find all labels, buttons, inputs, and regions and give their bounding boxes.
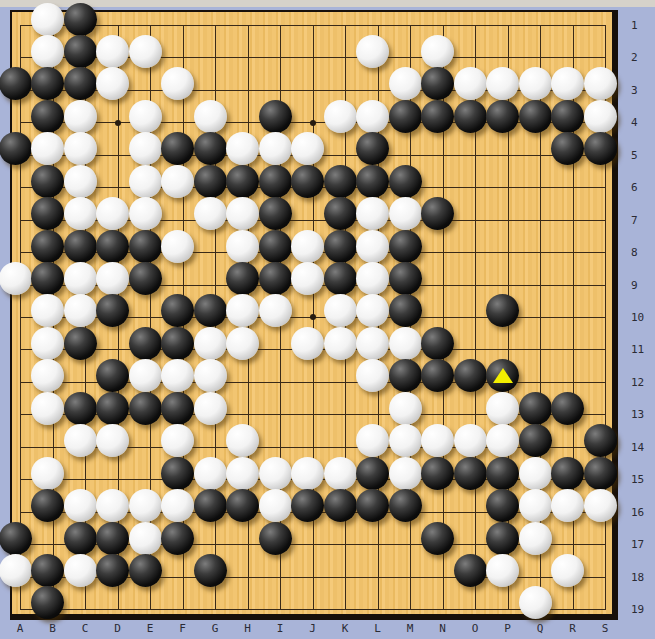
stone-black-C11 [64,327,97,360]
stone-white-M13 [389,392,422,425]
row-label-13: 13 [631,408,644,421]
col-label-D: D [114,622,121,635]
stone-white-I16 [259,489,292,522]
stone-black-B4 [31,100,64,133]
col-label-B: B [49,622,56,635]
stone-white-H11 [226,327,259,360]
stone-white-L14 [356,424,389,457]
stone-black-C17 [64,522,97,555]
stone-black-G16 [194,489,227,522]
row-label-2: 2 [631,51,638,64]
stone-white-K15 [324,457,357,490]
star-point-D4 [115,120,121,126]
row-label-7: 7 [631,213,638,226]
stone-black-M4 [389,100,422,133]
stone-black-R15 [551,457,584,490]
stone-black-E8 [129,230,162,263]
stone-white-L4 [356,100,389,133]
stone-white-I5 [259,132,292,165]
last-move-marker [493,368,513,383]
stone-black-E13 [129,392,162,425]
stone-black-O4 [454,100,487,133]
row-label-18: 18 [631,570,644,583]
stone-white-H10 [226,294,259,327]
stone-black-N15 [421,457,454,490]
stone-black-M16 [389,489,422,522]
stone-black-C1 [64,3,97,36]
stone-black-G5 [194,132,227,165]
stone-black-M6 [389,165,422,198]
stone-white-N2 [421,35,454,68]
col-label-A: A [17,622,24,635]
stone-white-R3 [551,67,584,100]
stone-white-E6 [129,165,162,198]
col-label-Q: Q [537,622,544,635]
row-label-11: 11 [631,343,644,356]
stone-white-J8 [291,230,324,263]
stone-white-F3 [161,67,194,100]
stone-black-Q4 [519,100,552,133]
col-label-K: K [342,622,349,635]
stone-black-F11 [161,327,194,360]
stone-white-Q17 [519,522,552,555]
stone-black-S15 [584,457,617,490]
row-label-15: 15 [631,473,644,486]
stone-black-N12 [421,359,454,392]
row-label-19: 19 [631,602,644,615]
stone-white-Q16 [519,489,552,522]
stone-white-I10 [259,294,292,327]
stone-black-N11 [421,327,454,360]
col-label-R: R [569,622,576,635]
col-label-J: J [309,622,316,635]
stone-black-J6 [291,165,324,198]
stone-white-M11 [389,327,422,360]
stone-white-E16 [129,489,162,522]
stone-white-P14 [486,424,519,457]
go-game-screen: ABCDEFGHIJKLMNOPQRS123456789101112131415… [0,0,655,639]
stone-white-J15 [291,457,324,490]
stone-white-G11 [194,327,227,360]
stone-white-L2 [356,35,389,68]
stone-white-C7 [64,197,97,230]
stone-black-F13 [161,392,194,425]
stone-black-D17 [96,522,129,555]
stone-black-B3 [31,67,64,100]
stone-white-F14 [161,424,194,457]
stone-white-Q19 [519,586,552,619]
stone-white-D16 [96,489,129,522]
stone-black-S5 [584,132,617,165]
stone-black-H9 [226,262,259,295]
stone-white-G15 [194,457,227,490]
stone-white-M14 [389,424,422,457]
stone-white-H5 [226,132,259,165]
row-label-12: 12 [631,375,644,388]
stone-white-O3 [454,67,487,100]
stone-black-R4 [551,100,584,133]
stone-white-G13 [194,392,227,425]
stone-black-K7 [324,197,357,230]
stone-white-R16 [551,489,584,522]
stone-white-G12 [194,359,227,392]
stone-white-G7 [194,197,227,230]
col-label-F: F [179,622,186,635]
stone-white-D3 [96,67,129,100]
stone-black-I6 [259,165,292,198]
row-label-14: 14 [631,440,644,453]
stone-black-E18 [129,554,162,587]
col-label-S: S [602,622,609,635]
stone-black-P16 [486,489,519,522]
stone-black-B7 [31,197,64,230]
col-label-N: N [439,622,446,635]
stone-white-R18 [551,554,584,587]
stone-black-C3 [64,67,97,100]
stone-white-K11 [324,327,357,360]
stone-black-O15 [454,457,487,490]
stone-black-O12 [454,359,487,392]
stone-black-A17 [0,522,32,555]
stone-white-M7 [389,197,422,230]
stone-white-P13 [486,392,519,425]
stone-black-F17 [161,522,194,555]
stone-black-Q13 [519,392,552,425]
stone-black-M9 [389,262,422,295]
stone-white-E17 [129,522,162,555]
stone-black-D12 [96,359,129,392]
stone-black-F10 [161,294,194,327]
stone-white-H15 [226,457,259,490]
stone-black-R5 [551,132,584,165]
stone-black-I4 [259,100,292,133]
stone-black-K6 [324,165,357,198]
col-label-P: P [504,622,511,635]
stone-white-K4 [324,100,357,133]
col-label-M: M [407,622,414,635]
stone-black-B9 [31,262,64,295]
stone-white-H7 [226,197,259,230]
stone-white-F6 [161,165,194,198]
row-label-17: 17 [631,538,644,551]
stone-black-Q14 [519,424,552,457]
stone-black-E9 [129,262,162,295]
stone-white-K10 [324,294,357,327]
col-label-E: E [147,622,154,635]
stone-black-P17 [486,522,519,555]
stone-black-P10 [486,294,519,327]
stone-white-E5 [129,132,162,165]
stone-white-B2 [31,35,64,68]
stone-white-Q3 [519,67,552,100]
stone-white-B1 [31,3,64,36]
stone-black-F5 [161,132,194,165]
window-top-strip [0,0,655,7]
stone-black-B16 [31,489,64,522]
stone-black-F15 [161,457,194,490]
stone-black-C13 [64,392,97,425]
stone-white-M15 [389,457,422,490]
stone-black-L15 [356,457,389,490]
stone-black-E11 [129,327,162,360]
stone-black-L16 [356,489,389,522]
row-label-1: 1 [631,19,638,32]
stone-black-M12 [389,359,422,392]
stone-black-D10 [96,294,129,327]
stone-white-Q15 [519,457,552,490]
stone-white-P18 [486,554,519,587]
stone-black-H6 [226,165,259,198]
stone-black-B18 [31,554,64,587]
stone-white-B5 [31,132,64,165]
stone-white-F8 [161,230,194,263]
stone-black-R13 [551,392,584,425]
stone-white-E2 [129,35,162,68]
stone-white-L11 [356,327,389,360]
stone-white-S4 [584,100,617,133]
col-label-H: H [244,622,251,635]
row-label-10: 10 [631,310,644,323]
stone-white-B15 [31,457,64,490]
stone-white-L8 [356,230,389,263]
stone-white-D2 [96,35,129,68]
stone-white-C14 [64,424,97,457]
stone-white-A9 [0,262,32,295]
col-label-I: I [277,622,284,635]
stone-black-N3 [421,67,454,100]
row-label-16: 16 [631,505,644,518]
stone-white-J9 [291,262,324,295]
stone-black-I9 [259,262,292,295]
stone-white-E4 [129,100,162,133]
stone-black-B6 [31,165,64,198]
go-board[interactable] [10,10,618,620]
stone-white-L10 [356,294,389,327]
stone-white-N14 [421,424,454,457]
stone-black-O18 [454,554,487,587]
stone-white-J11 [291,327,324,360]
stone-black-K9 [324,262,357,295]
stone-white-B13 [31,392,64,425]
stone-black-P15 [486,457,519,490]
stone-black-H16 [226,489,259,522]
stone-white-S3 [584,67,617,100]
stone-white-C16 [64,489,97,522]
stone-black-M8 [389,230,422,263]
stone-black-N7 [421,197,454,230]
stone-white-D7 [96,197,129,230]
stone-black-B19 [31,586,64,619]
stone-black-L6 [356,165,389,198]
stone-white-H14 [226,424,259,457]
row-label-6: 6 [631,181,638,194]
col-label-O: O [472,622,479,635]
stone-black-L5 [356,132,389,165]
stone-white-C10 [64,294,97,327]
col-label-L: L [374,622,381,635]
stone-black-D8 [96,230,129,263]
stone-white-O14 [454,424,487,457]
stone-white-F16 [161,489,194,522]
stone-white-J5 [291,132,324,165]
stone-black-A5 [0,132,32,165]
stone-black-B8 [31,230,64,263]
stone-white-P3 [486,67,519,100]
stone-white-E12 [129,359,162,392]
stone-black-C8 [64,230,97,263]
stone-black-D13 [96,392,129,425]
stone-white-C5 [64,132,97,165]
stone-black-I17 [259,522,292,555]
stone-black-K16 [324,489,357,522]
stone-black-S14 [584,424,617,457]
row-label-8: 8 [631,246,638,259]
stone-black-I8 [259,230,292,263]
stone-black-M10 [389,294,422,327]
stone-black-J16 [291,489,324,522]
col-label-G: G [212,622,219,635]
stone-white-H8 [226,230,259,263]
stone-white-B10 [31,294,64,327]
stone-white-L7 [356,197,389,230]
star-point-J4 [310,120,316,126]
stone-black-G6 [194,165,227,198]
row-label-5: 5 [631,148,638,161]
stone-white-C18 [64,554,97,587]
stone-black-K8 [324,230,357,263]
stone-white-C6 [64,165,97,198]
stone-white-S16 [584,489,617,522]
stone-black-A3 [0,67,32,100]
col-label-C: C [82,622,89,635]
stone-black-I7 [259,197,292,230]
stone-black-N4 [421,100,454,133]
stone-black-G10 [194,294,227,327]
stone-white-C4 [64,100,97,133]
stone-black-N17 [421,522,454,555]
stone-black-C2 [64,35,97,68]
stone-white-B12 [31,359,64,392]
stone-white-A18 [0,554,32,587]
stone-white-D9 [96,262,129,295]
stone-white-M3 [389,67,422,100]
stone-white-G4 [194,100,227,133]
stone-white-F12 [161,359,194,392]
stone-white-C9 [64,262,97,295]
row-label-3: 3 [631,83,638,96]
stone-white-L12 [356,359,389,392]
stone-black-G18 [194,554,227,587]
stone-white-E7 [129,197,162,230]
row-label-4: 4 [631,116,638,129]
star-point-J10 [310,314,316,320]
stone-white-D14 [96,424,129,457]
row-label-9: 9 [631,278,638,291]
stone-white-I15 [259,457,292,490]
stone-black-P4 [486,100,519,133]
stone-white-L9 [356,262,389,295]
stone-black-D18 [96,554,129,587]
stone-white-B11 [31,327,64,360]
